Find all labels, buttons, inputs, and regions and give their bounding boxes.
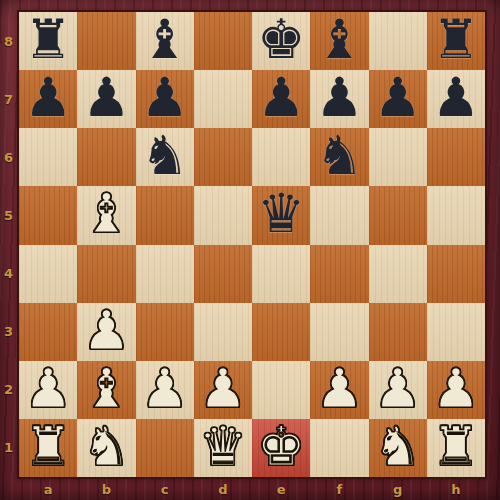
square-a7[interactable]: ♟ — [19, 70, 77, 128]
square-f3[interactable] — [310, 303, 368, 361]
square-b1[interactable]: ♞ — [77, 419, 135, 477]
piece-white-bishop[interactable]: ♝ — [82, 362, 130, 416]
piece-black-king[interactable]: ♚ — [257, 13, 305, 67]
piece-white-pawn[interactable]: ♟ — [373, 362, 421, 416]
piece-black-knight[interactable]: ♞ — [315, 129, 363, 183]
rank-label-1: 1 — [0, 419, 17, 477]
piece-black-pawn[interactable]: ♟ — [315, 71, 363, 125]
piece-white-king[interactable]: ♚ — [257, 420, 305, 474]
piece-black-pawn[interactable]: ♟ — [432, 71, 480, 125]
piece-white-pawn[interactable]: ♟ — [432, 362, 480, 416]
file-label-a: a — [19, 479, 77, 500]
square-d6[interactable] — [194, 128, 252, 186]
square-a4[interactable] — [19, 245, 77, 303]
square-h1[interactable]: ♜ — [427, 419, 485, 477]
square-c8[interactable]: ♝ — [136, 12, 194, 70]
square-h7[interactable]: ♟ — [427, 70, 485, 128]
piece-white-rook[interactable]: ♜ — [24, 420, 72, 474]
rank-label-3: 3 — [0, 303, 17, 361]
square-a2[interactable]: ♟ — [19, 361, 77, 419]
square-f4[interactable] — [310, 245, 368, 303]
square-a1[interactable]: ♜ — [19, 419, 77, 477]
piece-white-queen[interactable]: ♛ — [199, 420, 247, 474]
file-label-c: c — [136, 479, 194, 500]
rank-label-5: 5 — [0, 186, 17, 244]
square-h2[interactable]: ♟ — [427, 361, 485, 419]
square-e5[interactable]: ♛ — [252, 186, 310, 244]
square-b4[interactable] — [77, 245, 135, 303]
square-g2[interactable]: ♟ — [369, 361, 427, 419]
square-d2[interactable]: ♟ — [194, 361, 252, 419]
square-c4[interactable] — [136, 245, 194, 303]
piece-white-knight[interactable]: ♞ — [82, 420, 130, 474]
file-label-e: e — [252, 479, 310, 500]
square-h5[interactable] — [427, 186, 485, 244]
square-f5[interactable] — [310, 186, 368, 244]
piece-black-pawn[interactable]: ♟ — [24, 71, 72, 125]
square-c2[interactable]: ♟ — [136, 361, 194, 419]
file-label-g: g — [369, 479, 427, 500]
square-h4[interactable] — [427, 245, 485, 303]
square-g4[interactable] — [369, 245, 427, 303]
square-e2[interactable] — [252, 361, 310, 419]
square-d4[interactable] — [194, 245, 252, 303]
piece-white-pawn[interactable]: ♟ — [24, 362, 72, 416]
square-a6[interactable] — [19, 128, 77, 186]
rank-label-6: 6 — [0, 128, 17, 186]
piece-white-pawn[interactable]: ♟ — [140, 362, 188, 416]
square-g3[interactable] — [369, 303, 427, 361]
square-e3[interactable] — [252, 303, 310, 361]
square-c5[interactable] — [136, 186, 194, 244]
piece-white-pawn[interactable]: ♟ — [199, 362, 247, 416]
piece-white-pawn[interactable]: ♟ — [82, 304, 130, 358]
square-b5[interactable]: ♝ — [77, 186, 135, 244]
piece-black-pawn[interactable]: ♟ — [82, 71, 130, 125]
square-e6[interactable] — [252, 128, 310, 186]
rank-label-7: 7 — [0, 70, 17, 128]
square-g1[interactable]: ♞ — [369, 419, 427, 477]
square-f8[interactable]: ♝ — [310, 12, 368, 70]
piece-black-pawn[interactable]: ♟ — [140, 71, 188, 125]
file-label-h: h — [427, 479, 485, 500]
square-g5[interactable] — [369, 186, 427, 244]
piece-black-pawn[interactable]: ♟ — [257, 71, 305, 125]
piece-black-knight[interactable]: ♞ — [140, 129, 188, 183]
square-f7[interactable]: ♟ — [310, 70, 368, 128]
square-b7[interactable]: ♟ — [77, 70, 135, 128]
square-c3[interactable] — [136, 303, 194, 361]
piece-black-bishop[interactable]: ♝ — [140, 13, 188, 67]
square-c6[interactable]: ♞ — [136, 128, 194, 186]
square-e8[interactable]: ♚ — [252, 12, 310, 70]
square-h3[interactable] — [427, 303, 485, 361]
square-f2[interactable]: ♟ — [310, 361, 368, 419]
piece-black-queen[interactable]: ♛ — [257, 187, 305, 241]
piece-black-pawn[interactable]: ♟ — [373, 71, 421, 125]
square-e4[interactable] — [252, 245, 310, 303]
piece-white-rook[interactable]: ♜ — [432, 420, 480, 474]
file-label-f: f — [310, 479, 368, 500]
square-d5[interactable] — [194, 186, 252, 244]
square-d8[interactable] — [194, 12, 252, 70]
file-label-b: b — [77, 479, 135, 500]
piece-white-bishop[interactable]: ♝ — [82, 187, 130, 241]
square-a3[interactable] — [19, 303, 77, 361]
square-e1[interactable]: ♚ — [252, 419, 310, 477]
square-h8[interactable]: ♜ — [427, 12, 485, 70]
rank-label-2: 2 — [0, 361, 17, 419]
square-a5[interactable] — [19, 186, 77, 244]
piece-black-rook[interactable]: ♜ — [24, 13, 72, 67]
square-c1[interactable] — [136, 419, 194, 477]
square-g8[interactable] — [369, 12, 427, 70]
square-c7[interactable]: ♟ — [136, 70, 194, 128]
chess-board: ♜♝♚♝♜♟♟♟♟♟♟♟♞♞♝♛♟♟♝♟♟♟♟♟♜♞♛♚♞♜ — [17, 10, 487, 479]
rank-label-8: 8 — [0, 12, 17, 70]
square-f6[interactable]: ♞ — [310, 128, 368, 186]
piece-black-rook[interactable]: ♜ — [432, 13, 480, 67]
square-b2[interactable]: ♝ — [77, 361, 135, 419]
square-g6[interactable] — [369, 128, 427, 186]
square-b3[interactable]: ♟ — [77, 303, 135, 361]
square-d3[interactable] — [194, 303, 252, 361]
square-f1[interactable] — [310, 419, 368, 477]
square-b8[interactable] — [77, 12, 135, 70]
piece-white-pawn[interactable]: ♟ — [315, 362, 363, 416]
square-b6[interactable] — [77, 128, 135, 186]
square-a8[interactable]: ♜ — [19, 12, 77, 70]
square-h6[interactable] — [427, 128, 485, 186]
file-label-d: d — [194, 479, 252, 500]
square-d1[interactable]: ♛ — [194, 419, 252, 477]
square-d7[interactable] — [194, 70, 252, 128]
square-g7[interactable]: ♟ — [369, 70, 427, 128]
piece-white-knight[interactable]: ♞ — [373, 420, 421, 474]
piece-black-bishop[interactable]: ♝ — [315, 13, 363, 67]
square-e7[interactable]: ♟ — [252, 70, 310, 128]
rank-label-4: 4 — [0, 245, 17, 303]
